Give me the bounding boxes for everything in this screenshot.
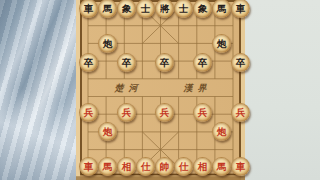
piece-red-soldier[interactable]: 兵 <box>79 103 98 122</box>
piece-black-general[interactable]: 將 <box>155 0 174 18</box>
board-cell[interactable] <box>117 141 136 157</box>
board-cell[interactable] <box>98 72 117 88</box>
piece-black-cannon[interactable]: 炮 <box>212 34 231 53</box>
board-cell[interactable] <box>193 122 212 141</box>
piece-red-horse[interactable]: 馬 <box>212 157 231 176</box>
board-cell[interactable]: 馬 <box>98 0 117 18</box>
board-cell[interactable] <box>231 18 250 34</box>
board-cell[interactable] <box>212 141 231 157</box>
board-cell[interactable] <box>136 72 155 88</box>
board-cell[interactable]: 馬 <box>212 157 231 176</box>
piece-black-soldier[interactable]: 卒 <box>231 53 250 72</box>
plain-background <box>245 0 320 180</box>
piece-red-chariot[interactable]: 車 <box>231 157 250 176</box>
board-cell[interactable] <box>155 18 174 34</box>
board-cell[interactable]: 卒 <box>193 53 212 72</box>
piece-black-cannon[interactable]: 炮 <box>98 34 117 53</box>
board-cell[interactable]: 象 <box>193 0 212 18</box>
board-cell[interactable] <box>193 34 212 53</box>
piece-red-elephant[interactable]: 相 <box>193 157 212 176</box>
board-cell[interactable] <box>231 88 250 104</box>
board-cell[interactable]: 兵 <box>193 103 212 122</box>
piece-red-advisor[interactable]: 仕 <box>174 157 193 176</box>
piece-black-elephant[interactable]: 象 <box>193 0 212 18</box>
board-cell[interactable] <box>174 18 193 34</box>
board-cell[interactable]: 炮 <box>212 34 231 53</box>
board-cell[interactable]: 相 <box>117 157 136 176</box>
board-cell[interactable] <box>212 88 231 104</box>
board-cell[interactable]: 炮 <box>98 122 117 141</box>
board-cell[interactable] <box>79 88 98 104</box>
board-cell[interactable] <box>117 34 136 53</box>
board-cell[interactable]: 炮 <box>98 34 117 53</box>
board-cell[interactable] <box>98 88 117 104</box>
board-cell[interactable] <box>155 122 174 141</box>
board-cell[interactable]: 卒 <box>231 53 250 72</box>
board-cell[interactable]: 馬 <box>98 157 117 176</box>
screenshot-root: 楚河 漢界 車馬象士將士象馬車炮炮卒卒卒卒卒兵兵兵兵兵炮炮車馬相仕帥仕相馬車 <box>0 0 320 180</box>
board-cell[interactable]: 卒 <box>117 53 136 72</box>
board-cell[interactable] <box>79 141 98 157</box>
board-cell[interactable] <box>212 103 231 122</box>
board-cell[interactable] <box>79 72 98 88</box>
board-cell[interactable] <box>98 103 117 122</box>
board-cell[interactable] <box>212 72 231 88</box>
piece-black-advisor[interactable]: 士 <box>136 0 155 18</box>
piece-black-horse[interactable]: 馬 <box>212 0 231 18</box>
xiangqi-board: 楚河 漢界 車馬象士將士象馬車炮炮卒卒卒卒卒兵兵兵兵兵炮炮車馬相仕帥仕相馬車 <box>76 0 245 180</box>
board-cell[interactable] <box>155 34 174 53</box>
board-cell[interactable]: 仕 <box>136 157 155 176</box>
board-cell[interactable]: 士 <box>174 0 193 18</box>
board-cell[interactable]: 兵 <box>117 103 136 122</box>
piece-black-soldier[interactable]: 卒 <box>193 53 212 72</box>
piece-black-elephant[interactable]: 象 <box>117 0 136 18</box>
piece-red-advisor[interactable]: 仕 <box>136 157 155 176</box>
piece-black-soldier[interactable]: 卒 <box>79 53 98 72</box>
board-cell[interactable] <box>136 103 155 122</box>
board-cell[interactable] <box>79 34 98 53</box>
board-cell[interactable] <box>98 18 117 34</box>
board-cell[interactable] <box>117 18 136 34</box>
board-cell[interactable]: 車 <box>79 157 98 176</box>
board-cell[interactable] <box>212 18 231 34</box>
piece-black-horse[interactable]: 馬 <box>98 0 117 18</box>
board-cell[interactable]: 象 <box>117 0 136 18</box>
board-cell[interactable] <box>155 72 174 88</box>
board-cell[interactable] <box>98 141 117 157</box>
board-cell[interactable] <box>79 18 98 34</box>
board-cell[interactable]: 炮 <box>212 122 231 141</box>
board-cell[interactable] <box>117 72 136 88</box>
mountain-background <box>0 0 78 180</box>
board-cell[interactable] <box>212 53 231 72</box>
board-cell[interactable]: 將 <box>155 0 174 18</box>
piece-black-soldier[interactable]: 卒 <box>155 53 174 72</box>
board-cell[interactable]: 相 <box>193 157 212 176</box>
board-cell[interactable] <box>174 141 193 157</box>
piece-red-soldier[interactable]: 兵 <box>193 103 212 122</box>
board-cell[interactable] <box>193 141 212 157</box>
board-cell[interactable] <box>136 122 155 141</box>
board-cell[interactable]: 仕 <box>174 157 193 176</box>
board-cell[interactable] <box>155 88 174 104</box>
board-cell[interactable] <box>117 122 136 141</box>
board-cell[interactable]: 士 <box>136 0 155 18</box>
piece-red-cannon[interactable]: 炮 <box>98 122 117 141</box>
board-cell[interactable] <box>174 34 193 53</box>
piece-red-general[interactable]: 帥 <box>155 157 174 176</box>
piece-black-soldier[interactable]: 卒 <box>117 53 136 72</box>
board-cell[interactable] <box>155 141 174 157</box>
board-cell[interactable] <box>231 72 250 88</box>
board-cell[interactable] <box>231 141 250 157</box>
board-grid: 車馬象士將士象馬車炮炮卒卒卒卒卒兵兵兵兵兵炮炮車馬相仕帥仕相馬車 <box>79 0 242 176</box>
board-cell[interactable] <box>117 88 136 104</box>
board-cell[interactable] <box>231 122 250 141</box>
piece-red-soldier[interactable]: 兵 <box>231 103 250 122</box>
board-cell[interactable] <box>193 18 212 34</box>
piece-red-elephant[interactable]: 相 <box>117 157 136 176</box>
board-cell[interactable] <box>136 53 155 72</box>
piece-red-soldier[interactable]: 兵 <box>117 103 136 122</box>
board-cell[interactable] <box>98 53 117 72</box>
piece-red-soldier[interactable]: 兵 <box>155 103 174 122</box>
piece-black-chariot[interactable]: 車 <box>79 0 98 18</box>
piece-black-chariot[interactable]: 車 <box>231 0 250 18</box>
piece-red-chariot[interactable]: 車 <box>79 157 98 176</box>
piece-red-cannon[interactable]: 炮 <box>212 122 231 141</box>
piece-red-horse[interactable]: 馬 <box>98 157 117 176</box>
piece-black-advisor[interactable]: 士 <box>174 0 193 18</box>
board-cell[interactable]: 馬 <box>212 0 231 18</box>
board-cell[interactable]: 卒 <box>79 53 98 72</box>
board-cell[interactable] <box>136 141 155 157</box>
board-cell[interactable] <box>174 103 193 122</box>
board-cell[interactable] <box>136 34 155 53</box>
board-cell[interactable]: 兵 <box>155 103 174 122</box>
board-cell[interactable] <box>79 122 98 141</box>
board-cell[interactable]: 車 <box>79 0 98 18</box>
board-cell[interactable] <box>174 122 193 141</box>
board-cell[interactable]: 兵 <box>231 103 250 122</box>
board-cell[interactable] <box>193 72 212 88</box>
board-cell[interactable]: 卒 <box>155 53 174 72</box>
board-cell[interactable]: 車 <box>231 0 250 18</box>
board-cell[interactable] <box>174 88 193 104</box>
board-cell[interactable]: 兵 <box>79 103 98 122</box>
board-cell[interactable]: 帥 <box>155 157 174 176</box>
board-cell[interactable] <box>193 88 212 104</box>
board-cell[interactable] <box>174 53 193 72</box>
board-cell[interactable] <box>231 34 250 53</box>
board-cell[interactable] <box>174 72 193 88</box>
board-cell[interactable] <box>136 18 155 34</box>
board-cell[interactable]: 車 <box>231 157 250 176</box>
board-cell[interactable] <box>136 88 155 104</box>
